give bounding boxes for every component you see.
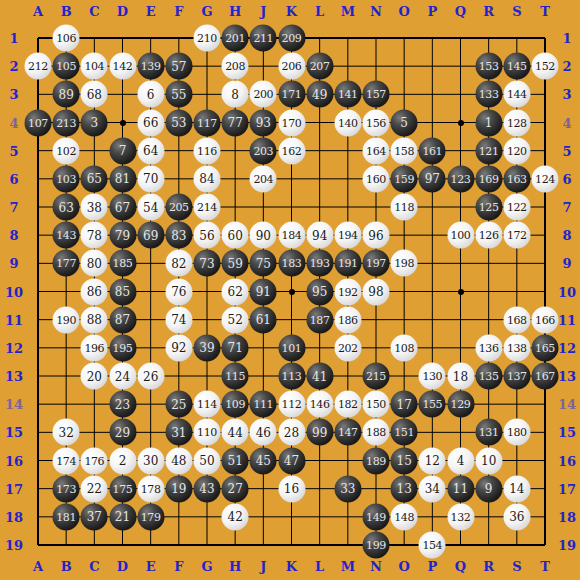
stone-white-170-K4[interactable]: 170 (278, 109, 305, 136)
stone-white-70-E6[interactable]: 70 (137, 165, 164, 192)
stone-black-161-P5[interactable]: 161 (419, 137, 446, 164)
stone-black-55-F3[interactable]: 55 (165, 81, 192, 108)
coord-label-right-10: 10 (558, 285, 576, 298)
move-number: 8 (231, 88, 239, 100)
coord-label-top-N: N (370, 5, 382, 18)
stone-white-2-D16[interactable]: 2 (109, 447, 136, 474)
coord-label-right-14: 14 (558, 398, 576, 411)
stone-black-99-L15[interactable]: 99 (306, 419, 333, 446)
stone-white-60-H8[interactable]: 60 (222, 222, 249, 249)
stone-white-88-C11[interactable]: 88 (81, 306, 108, 333)
stone-white-194-M8[interactable]: 194 (334, 222, 361, 249)
stone-black-145-S2[interactable]: 145 (503, 53, 530, 80)
coord-label-top-K: K (286, 5, 297, 18)
stone-white-30-E16[interactable]: 30 (137, 447, 164, 474)
stone-black-53-F4[interactable]: 53 (165, 109, 192, 136)
stone-white-26-E13[interactable]: 26 (137, 363, 164, 390)
move-number: 215 (366, 371, 386, 382)
stone-black-95-L10[interactable]: 95 (306, 278, 333, 305)
coord-label-bottom-D: D (117, 560, 128, 573)
stone-black-195-D12[interactable]: 195 (109, 334, 136, 361)
move-number: 169 (479, 173, 499, 184)
stone-white-178-E17[interactable]: 178 (137, 475, 164, 502)
stone-black-51-H16[interactable]: 51 (222, 447, 249, 474)
stone-white-156-N4[interactable]: 156 (363, 109, 390, 136)
stone-white-116-G5[interactable]: 116 (194, 137, 221, 164)
coord-label-bottom-R: R (483, 560, 494, 573)
stone-black-205-F7[interactable]: 205 (165, 194, 192, 221)
stone-white-18-Q13[interactable]: 18 (447, 363, 474, 390)
stone-black-57-F2[interactable]: 57 (165, 53, 192, 80)
stone-white-86-C10[interactable]: 86 (81, 278, 108, 305)
coord-label-bottom-N: N (370, 560, 382, 573)
stone-black-61-J11[interactable]: 61 (250, 306, 277, 333)
stone-white-166-T11[interactable]: 166 (532, 306, 559, 333)
move-number: 21 (115, 511, 130, 523)
stone-black-67-D7[interactable]: 67 (109, 194, 136, 221)
stone-white-6-E3[interactable]: 6 (137, 81, 164, 108)
move-number: 86 (87, 286, 102, 298)
move-number: 108 (394, 342, 414, 353)
move-number: 114 (197, 399, 217, 410)
stone-white-54-E7[interactable]: 54 (137, 194, 164, 221)
stone-white-168-S11[interactable]: 168 (503, 306, 530, 333)
stone-black-65-C6[interactable]: 65 (81, 165, 108, 192)
stone-white-102-B5[interactable]: 102 (53, 137, 80, 164)
coord-label-top-O: O (398, 5, 409, 18)
stone-black-59-H9[interactable]: 59 (222, 250, 249, 277)
stone-black-183-K9[interactable]: 183 (278, 250, 305, 277)
stone-black-187-L11[interactable]: 187 (306, 306, 333, 333)
stone-black-215-N13[interactable]: 215 (363, 363, 390, 390)
stone-white-62-H10[interactable]: 62 (222, 278, 249, 305)
stone-white-76-F10[interactable]: 76 (165, 278, 192, 305)
stone-white-104-C2[interactable]: 104 (81, 53, 108, 80)
move-number: 27 (228, 483, 243, 495)
move-number: 173 (56, 483, 76, 494)
move-number: 12 (425, 455, 440, 467)
stone-white-10-R16[interactable]: 10 (475, 447, 502, 474)
move-number: 190 (56, 314, 76, 325)
stone-black-115-H13[interactable]: 115 (222, 363, 249, 390)
stone-white-186-M11[interactable]: 186 (334, 306, 361, 333)
stone-white-208-H2[interactable]: 208 (222, 53, 249, 80)
stone-black-169-R6[interactable]: 169 (475, 165, 502, 192)
stone-black-7-D5[interactable]: 7 (109, 137, 136, 164)
move-number: 92 (171, 342, 186, 354)
move-number: 31 (171, 426, 186, 438)
move-number: 207 (310, 61, 330, 72)
stone-white-140-M4[interactable]: 140 (334, 109, 361, 136)
stone-black-9-R17[interactable]: 9 (475, 475, 502, 502)
stone-black-179-E18[interactable]: 179 (137, 503, 164, 530)
stone-white-56-G8[interactable]: 56 (194, 222, 221, 249)
stone-black-85-D10[interactable]: 85 (109, 278, 136, 305)
coord-label-top-T: T (540, 5, 550, 18)
move-number: 189 (366, 455, 386, 466)
stone-white-42-H18[interactable]: 42 (222, 503, 249, 530)
stone-black-111-J14[interactable]: 111 (250, 391, 277, 418)
stone-white-108-O12[interactable]: 108 (391, 334, 418, 361)
stone-white-130-P13[interactable]: 130 (419, 363, 446, 390)
move-number: 65 (87, 173, 102, 185)
stone-black-1-R4[interactable]: 1 (475, 109, 502, 136)
stone-black-87-D11[interactable]: 87 (109, 306, 136, 333)
stone-black-185-D9[interactable]: 185 (109, 250, 136, 277)
stone-white-184-K8[interactable]: 184 (278, 222, 305, 249)
move-number: 85 (115, 286, 130, 298)
stone-white-182-M14[interactable]: 182 (334, 391, 361, 418)
coord-label-top-J: J (260, 5, 266, 18)
stone-black-177-B9[interactable]: 177 (53, 250, 80, 277)
stone-white-110-G15[interactable]: 110 (194, 419, 221, 446)
move-number: 192 (338, 286, 358, 297)
stone-white-120-S5[interactable]: 120 (503, 137, 530, 164)
stone-black-91-J10[interactable]: 91 (250, 278, 277, 305)
stone-black-77-H4[interactable]: 77 (222, 109, 249, 136)
stone-white-12-P16[interactable]: 12 (419, 447, 446, 474)
stone-black-211-J1[interactable]: 211 (250, 25, 277, 52)
stone-white-154-P19[interactable]: 154 (419, 532, 446, 559)
stone-black-15-O16[interactable]: 15 (391, 447, 418, 474)
stone-white-148-O18[interactable]: 148 (391, 503, 418, 530)
stone-white-136-R12[interactable]: 136 (475, 334, 502, 361)
move-number: 136 (479, 342, 499, 353)
stone-black-153-R2[interactable]: 153 (475, 53, 502, 80)
stone-white-176-C16[interactable]: 176 (81, 447, 108, 474)
stone-white-66-E4[interactable]: 66 (137, 109, 164, 136)
stone-black-125-R7[interactable]: 125 (475, 194, 502, 221)
move-number: 211 (253, 33, 273, 44)
stone-white-64-E5[interactable]: 64 (137, 137, 164, 164)
stone-black-107-A4[interactable]: 107 (25, 109, 52, 136)
stone-black-129-Q14[interactable]: 129 (447, 391, 474, 418)
coord-label-left-3: 3 (9, 88, 18, 101)
move-number: 197 (366, 258, 386, 269)
stone-black-73-G9[interactable]: 73 (194, 250, 221, 277)
stone-black-191-M9[interactable]: 191 (334, 250, 361, 277)
stone-white-200-J3[interactable]: 200 (250, 81, 277, 108)
stone-black-79-D8[interactable]: 79 (109, 222, 136, 249)
stone-black-207-L2[interactable]: 207 (306, 53, 333, 80)
stone-black-171-K3[interactable]: 171 (278, 81, 305, 108)
move-number: 141 (338, 89, 358, 100)
stone-black-149-N18[interactable]: 149 (363, 503, 390, 530)
stone-black-105-B2[interactable]: 105 (53, 53, 80, 80)
stone-white-114-G14[interactable]: 114 (194, 391, 221, 418)
stone-white-214-G7[interactable]: 214 (194, 194, 221, 221)
stone-white-146-L14[interactable]: 146 (306, 391, 333, 418)
stone-white-38-C7[interactable]: 38 (81, 194, 108, 221)
stone-black-89-B3[interactable]: 89 (53, 81, 80, 108)
stone-white-172-S8[interactable]: 172 (503, 222, 530, 249)
stone-white-202-M12[interactable]: 202 (334, 334, 361, 361)
stone-white-112-K14[interactable]: 112 (278, 391, 305, 418)
stone-black-39-G12[interactable]: 39 (194, 334, 221, 361)
stone-black-157-N3[interactable]: 157 (363, 81, 390, 108)
stone-black-133-R3[interactable]: 133 (475, 81, 502, 108)
coord-label-top-P: P (427, 5, 437, 18)
move-number: 143 (56, 230, 76, 241)
move-number: 154 (422, 540, 442, 551)
stone-white-144-S3[interactable]: 144 (503, 81, 530, 108)
coord-label-bottom-A: A (33, 560, 43, 573)
stone-white-162-K5[interactable]: 162 (278, 137, 305, 164)
move-number: 89 (59, 88, 74, 100)
move-number: 87 (115, 314, 130, 326)
stone-white-128-S4[interactable]: 128 (503, 109, 530, 136)
stone-black-135-R13[interactable]: 135 (475, 363, 502, 390)
stone-white-100-Q8[interactable]: 100 (447, 222, 474, 249)
move-number: 162 (282, 145, 302, 156)
move-number: 156 (366, 117, 386, 128)
stone-black-25-F14[interactable]: 25 (165, 391, 192, 418)
stone-white-78-C8[interactable]: 78 (81, 222, 108, 249)
move-number: 212 (28, 61, 48, 72)
stone-black-103-B6[interactable]: 103 (53, 165, 80, 192)
coord-label-left-19: 19 (5, 539, 23, 552)
move-number: 118 (394, 202, 414, 213)
stone-white-46-J15[interactable]: 46 (250, 419, 277, 446)
move-number: 93 (256, 117, 271, 129)
stone-white-14-S17[interactable]: 14 (503, 475, 530, 502)
move-number: 149 (366, 511, 386, 522)
stone-white-180-S15[interactable]: 180 (503, 419, 530, 446)
stone-white-160-N6[interactable]: 160 (363, 165, 390, 192)
stone-black-41-L13[interactable]: 41 (306, 363, 333, 390)
stone-white-192-M10[interactable]: 192 (334, 278, 361, 305)
coord-label-right-4: 4 (562, 116, 571, 129)
stone-white-122-S7[interactable]: 122 (503, 194, 530, 221)
move-number: 126 (479, 230, 499, 241)
stone-black-11-Q17[interactable]: 11 (447, 475, 474, 502)
stone-black-29-D15[interactable]: 29 (109, 419, 136, 446)
coord-label-top-H: H (229, 5, 241, 18)
move-number: 158 (394, 145, 414, 156)
stone-black-137-S13[interactable]: 137 (503, 363, 530, 390)
stone-black-33-M17[interactable]: 33 (334, 475, 361, 502)
move-number: 151 (394, 427, 414, 438)
stone-black-37-C18[interactable]: 37 (81, 503, 108, 530)
stone-black-81-D6[interactable]: 81 (109, 165, 136, 192)
stone-black-159-O6[interactable]: 159 (391, 165, 418, 192)
stone-white-174-B16[interactable]: 174 (53, 447, 80, 474)
move-number: 2 (119, 455, 127, 467)
stone-black-199-N19[interactable]: 199 (363, 532, 390, 559)
stone-black-49-L3[interactable]: 49 (306, 81, 333, 108)
stone-black-155-P14[interactable]: 155 (419, 391, 446, 418)
move-number: 62 (228, 286, 243, 298)
stone-white-98-N10[interactable]: 98 (363, 278, 390, 305)
stone-black-213-B4[interactable]: 213 (53, 109, 80, 136)
stone-black-21-D18[interactable]: 21 (109, 503, 136, 530)
stone-white-94-L8[interactable]: 94 (306, 222, 333, 249)
stone-white-4-Q16[interactable]: 4 (447, 447, 474, 474)
move-number: 170 (282, 117, 302, 128)
stone-black-139-E2[interactable]: 139 (137, 53, 164, 80)
stone-black-201-H1[interactable]: 201 (222, 25, 249, 52)
move-number: 203 (253, 145, 273, 156)
go-board[interactable]: AABBCCDDEEFFGGHHJJKKLLMMNNOOPPQQRRSSTT11… (0, 0, 580, 580)
move-number: 112 (282, 399, 302, 410)
move-number: 54 (143, 201, 158, 213)
stone-black-47-K16[interactable]: 47 (278, 447, 305, 474)
move-number: 20 (87, 370, 102, 382)
move-number: 64 (143, 145, 158, 157)
stone-black-193-L9[interactable]: 193 (306, 250, 333, 277)
stone-white-150-N14[interactable]: 150 (363, 391, 390, 418)
stone-white-92-F12[interactable]: 92 (165, 334, 192, 361)
coord-label-bottom-C: C (89, 560, 99, 573)
stone-white-210-G1[interactable]: 210 (194, 25, 221, 52)
stone-black-209-K1[interactable]: 209 (278, 25, 305, 52)
stone-black-165-T12[interactable]: 165 (532, 334, 559, 361)
stone-black-109-H14[interactable]: 109 (222, 391, 249, 418)
stone-white-106-B1[interactable]: 106 (53, 25, 80, 52)
stone-black-203-J5[interactable]: 203 (250, 137, 277, 164)
stone-black-97-P6[interactable]: 97 (419, 165, 446, 192)
stone-white-32-B15[interactable]: 32 (53, 419, 80, 446)
stone-black-117-G4[interactable]: 117 (194, 109, 221, 136)
stone-white-82-F9[interactable]: 82 (165, 250, 192, 277)
stone-black-181-B18[interactable]: 181 (53, 503, 80, 530)
stone-black-17-O14[interactable]: 17 (391, 391, 418, 418)
move-number: 10 (481, 455, 496, 467)
stone-black-197-N9[interactable]: 197 (363, 250, 390, 277)
stone-black-63-B7[interactable]: 63 (53, 194, 80, 221)
stone-black-163-S6[interactable]: 163 (503, 165, 530, 192)
stone-white-24-D13[interactable]: 24 (109, 363, 136, 390)
stone-black-5-O4[interactable]: 5 (391, 109, 418, 136)
stone-white-132-Q18[interactable]: 132 (447, 503, 474, 530)
move-number: 88 (87, 314, 102, 326)
stone-black-19-F17[interactable]: 19 (165, 475, 192, 502)
stone-black-31-F15[interactable]: 31 (165, 419, 192, 446)
stone-black-3-C4[interactable]: 3 (81, 109, 108, 136)
stone-white-190-B11[interactable]: 190 (53, 306, 80, 333)
move-number: 74 (171, 314, 186, 326)
stone-black-141-M3[interactable]: 141 (334, 81, 361, 108)
stone-white-196-C12[interactable]: 196 (81, 334, 108, 361)
move-number: 15 (397, 455, 412, 467)
coord-label-top-F: F (174, 5, 183, 18)
stone-white-206-K2[interactable]: 206 (278, 53, 305, 80)
stone-black-71-H12[interactable]: 71 (222, 334, 249, 361)
stone-white-212-A2[interactable]: 212 (25, 53, 52, 80)
stone-white-36-S18[interactable]: 36 (503, 503, 530, 530)
stone-white-34-P17[interactable]: 34 (419, 475, 446, 502)
stone-white-164-N5[interactable]: 164 (363, 137, 390, 164)
move-number: 195 (113, 342, 133, 353)
stone-white-80-C9[interactable]: 80 (81, 250, 108, 277)
move-number: 25 (171, 398, 186, 410)
stone-white-22-C17[interactable]: 22 (81, 475, 108, 502)
stone-white-118-O7[interactable]: 118 (391, 194, 418, 221)
stone-white-74-F11[interactable]: 74 (165, 306, 192, 333)
move-number: 179 (141, 511, 161, 522)
stone-white-198-O9[interactable]: 198 (391, 250, 418, 277)
coord-label-bottom-S: S (512, 560, 521, 573)
stone-black-143-B8[interactable]: 143 (53, 222, 80, 249)
move-number: 121 (479, 145, 499, 156)
stone-white-142-D2[interactable]: 142 (109, 53, 136, 80)
stone-white-96-N8[interactable]: 96 (363, 222, 390, 249)
stone-black-23-D14[interactable]: 23 (109, 391, 136, 418)
stone-white-50-G16[interactable]: 50 (194, 447, 221, 474)
stone-black-121-R5[interactable]: 121 (475, 137, 502, 164)
stone-black-189-N16[interactable]: 189 (363, 447, 390, 474)
coord-label-top-D: D (117, 5, 128, 18)
stone-black-151-O15[interactable]: 151 (391, 419, 418, 446)
coord-label-bottom-F: F (174, 560, 183, 573)
stone-white-8-H3[interactable]: 8 (222, 81, 249, 108)
move-number: 194 (338, 230, 358, 241)
move-number: 30 (143, 455, 158, 467)
stone-black-101-K12[interactable]: 101 (278, 334, 305, 361)
coord-label-bottom-O: O (398, 560, 409, 573)
move-number: 22 (87, 483, 102, 495)
coord-label-right-19: 19 (558, 539, 576, 552)
move-number: 11 (453, 483, 468, 495)
stone-black-147-M15[interactable]: 147 (334, 419, 361, 446)
stone-black-173-B17[interactable]: 173 (53, 475, 80, 502)
move-number: 33 (340, 483, 355, 495)
stone-black-175-D17[interactable]: 175 (109, 475, 136, 502)
stone-white-158-O5[interactable]: 158 (391, 137, 418, 164)
stone-white-20-C13[interactable]: 20 (81, 363, 108, 390)
stone-white-44-H15[interactable]: 44 (222, 419, 249, 446)
stone-black-75-J9[interactable]: 75 (250, 250, 277, 277)
stone-white-138-S12[interactable]: 138 (503, 334, 530, 361)
stone-white-48-F16[interactable]: 48 (165, 447, 192, 474)
stone-white-124-T6[interactable]: 124 (532, 165, 559, 192)
stone-black-131-R15[interactable]: 131 (475, 419, 502, 446)
stone-black-45-J16[interactable]: 45 (250, 447, 277, 474)
stone-white-188-N15[interactable]: 188 (363, 419, 390, 446)
move-number: 57 (171, 60, 186, 72)
star-point (120, 120, 126, 126)
stone-white-28-K15[interactable]: 28 (278, 419, 305, 446)
coord-label-bottom-P: P (427, 560, 437, 573)
move-number: 98 (368, 286, 383, 298)
move-number: 43 (199, 483, 214, 495)
stone-white-126-R8[interactable]: 126 (475, 222, 502, 249)
move-number: 46 (256, 426, 271, 438)
stone-white-204-J6[interactable]: 204 (250, 165, 277, 192)
stone-black-93-J4[interactable]: 93 (250, 109, 277, 136)
move-number: 167 (535, 371, 555, 382)
stone-black-27-H17[interactable]: 27 (222, 475, 249, 502)
stone-black-123-Q6[interactable]: 123 (447, 165, 474, 192)
stone-white-68-C3[interactable]: 68 (81, 81, 108, 108)
stone-black-113-K13[interactable]: 113 (278, 363, 305, 390)
stone-white-90-J8[interactable]: 90 (250, 222, 277, 249)
stone-white-84-G6[interactable]: 84 (194, 165, 221, 192)
stone-white-16-K17[interactable]: 16 (278, 475, 305, 502)
stone-black-83-F8[interactable]: 83 (165, 222, 192, 249)
stone-black-13-O17[interactable]: 13 (391, 475, 418, 502)
move-number: 200 (253, 89, 273, 100)
stone-white-152-T2[interactable]: 152 (532, 53, 559, 80)
move-number: 205 (169, 202, 189, 213)
move-number: 199 (366, 540, 386, 551)
move-number: 213 (56, 117, 76, 128)
stone-black-43-G17[interactable]: 43 (194, 475, 221, 502)
move-number: 204 (253, 173, 273, 184)
stone-white-52-H11[interactable]: 52 (222, 306, 249, 333)
stone-black-167-T13[interactable]: 167 (532, 363, 559, 390)
stone-black-69-E8[interactable]: 69 (137, 222, 164, 249)
